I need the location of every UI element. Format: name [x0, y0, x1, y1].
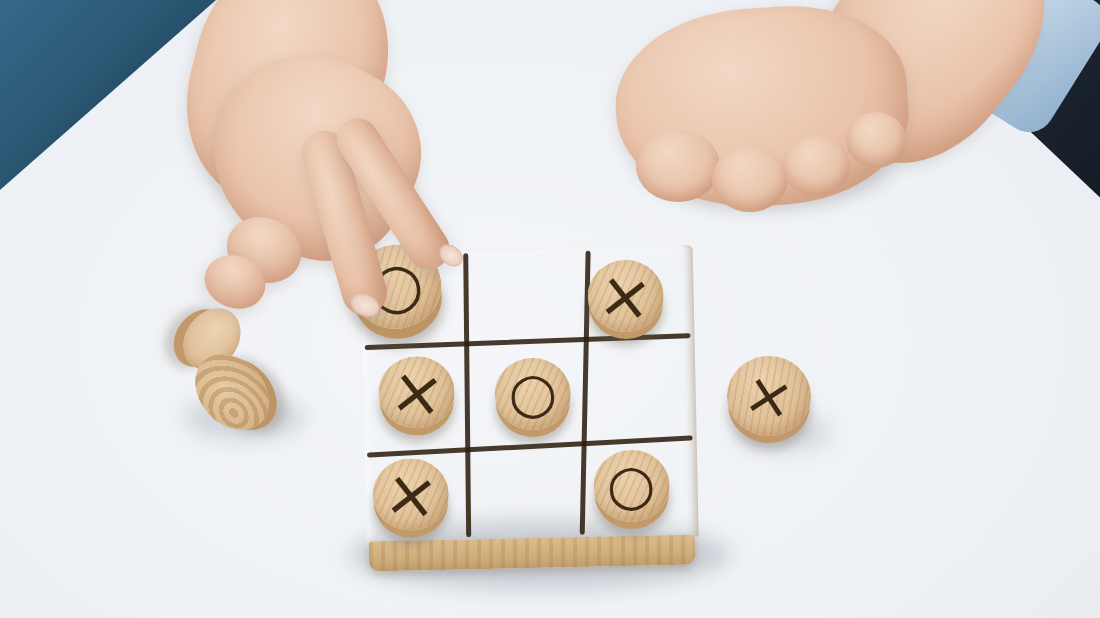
cell-2-2[interactable]: ○ [584, 440, 699, 539]
cell-2-1[interactable] [468, 443, 586, 542]
mark-x: × [595, 261, 656, 331]
right-knuckle-4 [846, 112, 906, 168]
piece-o-2-2[interactable]: ○ [592, 449, 669, 523]
cell-1-0[interactable]: × [363, 341, 468, 447]
mark-o: ○ [508, 364, 558, 421]
right-knuckle-1 [636, 130, 720, 202]
cell-1-2[interactable] [582, 337, 697, 443]
loose-x-mark: × [739, 363, 799, 430]
piece-x-0-2[interactable]: × [586, 259, 663, 333]
piece-x-1-0[interactable]: × [378, 355, 455, 429]
mark-o: ○ [606, 456, 656, 513]
cell-2-0[interactable]: × [365, 445, 470, 543]
right-knuckle-3 [782, 136, 850, 196]
piece-x-2-0[interactable]: × [372, 458, 449, 532]
mark-x: × [381, 459, 442, 529]
cell-0-2[interactable]: × [580, 245, 695, 339]
piece-o-1-1[interactable]: ○ [494, 357, 571, 431]
cell-0-1[interactable] [464, 247, 582, 341]
scene-photo: ○××○×○ × [0, 0, 1100, 618]
loose-x-disc[interactable]: × [727, 356, 811, 436]
mark-x: × [387, 357, 448, 427]
tic-tac-toe-board: ○××○×○ [361, 245, 700, 574]
cell-1-1[interactable]: ○ [465, 339, 583, 445]
right-knuckle-2 [712, 146, 788, 212]
board-grid: ○××○×○ [361, 245, 699, 544]
